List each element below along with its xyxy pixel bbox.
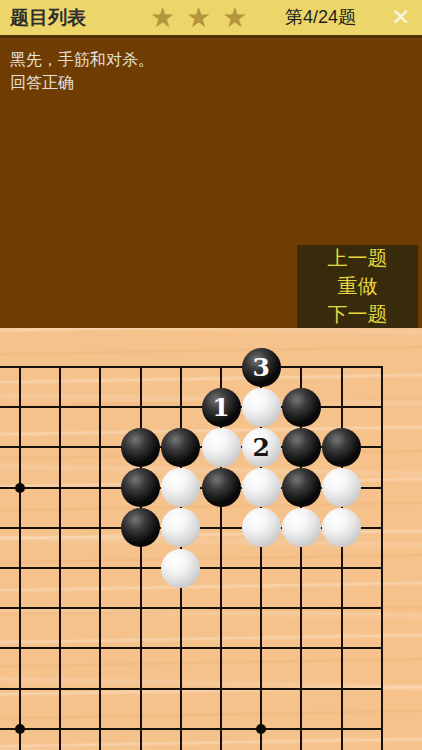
header-bar: 题目列表 ★ ★ ★ 第4/24题 ✕ bbox=[0, 0, 422, 38]
grid-line-vertical bbox=[59, 366, 61, 750]
problem-info-panel: 黑先，手筋和对杀。 回答正确 上一题 重做 下一题 bbox=[0, 38, 422, 328]
move-number: 3 bbox=[252, 348, 269, 387]
stone-white bbox=[242, 508, 281, 547]
stone-black bbox=[322, 428, 361, 467]
stone-white bbox=[202, 428, 241, 467]
grid-line-vertical bbox=[19, 366, 21, 750]
go-board[interactable]: 312 bbox=[0, 328, 422, 750]
grid-line-vertical bbox=[99, 366, 101, 750]
stone-black bbox=[121, 428, 160, 467]
star-point bbox=[15, 724, 25, 734]
star-point bbox=[15, 483, 25, 493]
star-icon: ★ bbox=[150, 0, 175, 35]
stone-black: 3 bbox=[242, 348, 281, 387]
grid-line-horizontal bbox=[0, 647, 383, 649]
grid-line-vertical bbox=[140, 366, 142, 750]
app-window: 题目列表 ★ ★ ★ 第4/24题 ✕ 黑先，手筋和对杀。 回答正确 上一题 重… bbox=[0, 0, 422, 750]
stone-white bbox=[161, 468, 200, 507]
stone-black bbox=[282, 388, 321, 427]
difficulty-stars: ★ ★ ★ bbox=[150, 0, 247, 35]
redo-button[interactable]: 重做 bbox=[297, 273, 418, 301]
star-icon: ★ bbox=[222, 0, 247, 35]
stone-white bbox=[282, 508, 321, 547]
stone-black bbox=[121, 508, 160, 547]
grid-line-horizontal bbox=[0, 728, 383, 730]
move-number: 1 bbox=[212, 388, 229, 427]
stone-black: 1 bbox=[202, 388, 241, 427]
grid-line-horizontal bbox=[0, 406, 383, 408]
problem-list-button[interactable]: 题目列表 bbox=[10, 0, 86, 35]
stone-white bbox=[242, 468, 281, 507]
stone-black bbox=[202, 468, 241, 507]
grid-line-horizontal bbox=[0, 688, 383, 690]
answer-status: 回答正确 bbox=[10, 71, 412, 94]
problem-instruction: 黑先，手筋和对杀。 bbox=[10, 48, 412, 71]
grid-line-horizontal bbox=[0, 607, 383, 609]
star-icon: ★ bbox=[186, 0, 211, 35]
stone-black bbox=[282, 428, 321, 467]
stone-white bbox=[161, 549, 200, 588]
stone-black bbox=[282, 468, 321, 507]
navigation-menu: 上一题 重做 下一题 bbox=[297, 245, 418, 328]
stone-white bbox=[322, 508, 361, 547]
stone-white bbox=[242, 388, 281, 427]
stone-black bbox=[121, 468, 160, 507]
stone-white bbox=[161, 508, 200, 547]
stone-black bbox=[161, 428, 200, 467]
problem-progress-label: 第4/24题 bbox=[285, 0, 356, 35]
grid-line-horizontal bbox=[0, 366, 383, 368]
stone-white bbox=[322, 468, 361, 507]
move-number: 2 bbox=[252, 428, 269, 467]
grid-line-vertical bbox=[381, 366, 383, 750]
stone-white: 2 bbox=[242, 428, 281, 467]
previous-problem-button[interactable]: 上一题 bbox=[297, 245, 418, 273]
star-point bbox=[256, 724, 266, 734]
grid-line-vertical bbox=[341, 366, 343, 750]
next-problem-button[interactable]: 下一题 bbox=[297, 300, 418, 328]
close-icon[interactable]: ✕ bbox=[386, 0, 416, 35]
